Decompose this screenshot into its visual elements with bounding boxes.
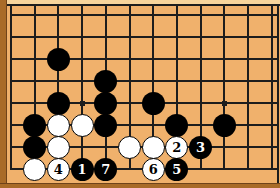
black-stone (94, 92, 117, 115)
black-stone (94, 70, 117, 93)
black-stone-move-7: 7 (94, 158, 117, 181)
grid-line-horizontal (10, 14, 279, 16)
black-stone (23, 136, 46, 159)
white-stone-move-6: 6 (142, 158, 165, 181)
black-stone (47, 48, 70, 71)
grid-line-horizontal (10, 36, 279, 38)
black-stone (94, 114, 117, 137)
grid-line-horizontal (10, 80, 279, 82)
white-stone-move-2: 2 (165, 136, 188, 159)
white-stone (142, 136, 165, 159)
white-stone (23, 158, 46, 181)
black-stone (165, 114, 188, 137)
go-board: 2341765 (0, 0, 280, 188)
white-stone (47, 114, 70, 137)
black-stone (142, 92, 165, 115)
board-top-crop-margin (0, 0, 280, 4)
white-stone (47, 136, 70, 159)
star-point (222, 101, 227, 106)
board-left-edge-rim (0, 0, 7, 188)
black-stone-move-3: 3 (189, 136, 212, 159)
star-point (80, 101, 85, 106)
white-stone-move-4: 4 (47, 158, 70, 181)
board-right-crop-border (277, 4, 279, 183)
white-stone (118, 136, 141, 159)
board-top-crop-border (0, 4, 280, 6)
black-stone-move-5: 5 (165, 158, 188, 181)
white-stone (71, 114, 94, 137)
black-stone (213, 114, 236, 137)
black-stone (47, 92, 70, 115)
black-stone-move-1: 1 (71, 158, 94, 181)
black-stone (23, 114, 46, 137)
board-bottom-edge-rim (0, 183, 280, 188)
